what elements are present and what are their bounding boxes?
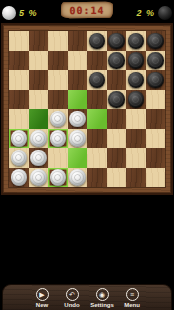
black-piece-icon [158, 6, 172, 20]
white-piece[interactable] [30, 130, 47, 147]
square-r6c6[interactable] [107, 129, 127, 149]
square-r7c8[interactable] [146, 148, 166, 168]
square-r5c7[interactable] [126, 109, 146, 129]
white-piece[interactable] [11, 130, 28, 147]
white-piece[interactable] [11, 150, 28, 167]
square-r6c7[interactable] [126, 129, 146, 149]
square-r8c2[interactable] [29, 168, 49, 188]
square-r3c8[interactable] [146, 70, 166, 90]
square-r2c8[interactable] [146, 51, 166, 71]
square-r6c8[interactable] [146, 129, 166, 149]
square-r2c6[interactable] [107, 51, 127, 71]
play-icon: ▶ [36, 288, 49, 301]
settings-button-label: Settings [90, 302, 114, 308]
square-r7c7[interactable] [126, 148, 146, 168]
square-r1c6[interactable] [107, 31, 127, 51]
square-r4c2[interactable] [29, 90, 49, 110]
black-piece[interactable] [128, 33, 145, 50]
white-piece[interactable] [30, 150, 47, 167]
square-r7c2[interactable] [29, 148, 49, 168]
square-r8c8[interactable] [146, 168, 166, 188]
black-piece[interactable] [128, 52, 145, 69]
square-r4c6[interactable] [107, 90, 127, 110]
square-r3c4[interactable] [68, 70, 88, 90]
square-r6c4[interactable] [68, 129, 88, 149]
menu-button-label: Menu [124, 302, 140, 308]
white-piece[interactable] [69, 111, 86, 128]
white-piece[interactable] [11, 169, 28, 186]
square-r7c1[interactable] [9, 148, 29, 168]
new-button-label: New [36, 302, 48, 308]
timer: 00:14 [69, 4, 104, 15]
square-r8c4[interactable] [68, 168, 88, 188]
black-piece[interactable] [147, 33, 164, 50]
black-piece[interactable] [147, 72, 164, 89]
black-piece[interactable] [128, 91, 145, 108]
gear-icon: ◉ [96, 288, 109, 301]
status-bar: 5 % 00:14 2 % [0, 0, 174, 25]
square-r5c3[interactable] [48, 109, 68, 129]
white-piece[interactable] [69, 130, 86, 147]
square-r3c2[interactable] [29, 70, 49, 90]
square-r2c3[interactable] [48, 51, 68, 71]
square-r3c5[interactable] [87, 70, 107, 90]
menu-button[interactable]: ≡ Menu [122, 288, 142, 310]
square-r7c5[interactable] [87, 148, 107, 168]
white-piece-icon [2, 6, 16, 20]
square-r4c1[interactable] [9, 90, 29, 110]
black-piece[interactable] [108, 52, 125, 69]
black-piece[interactable] [108, 91, 125, 108]
white-piece[interactable] [50, 130, 67, 147]
black-piece[interactable] [108, 33, 125, 50]
undo-button[interactable]: ↶ Undo [62, 288, 82, 310]
black-score: 2 % [136, 8, 155, 18]
new-button[interactable]: ▶ New [32, 288, 52, 310]
square-r5c2[interactable] [29, 109, 49, 129]
square-r8c5[interactable] [87, 168, 107, 188]
board-frame [3, 25, 171, 193]
square-r3c6[interactable] [107, 70, 127, 90]
square-r2c5[interactable] [87, 51, 107, 71]
white-piece[interactable] [69, 169, 86, 186]
square-r2c1[interactable] [9, 51, 29, 71]
white-piece[interactable] [50, 111, 67, 128]
square-r5c4[interactable] [68, 109, 88, 129]
timer-plaque: 00:14 [61, 2, 113, 19]
square-r7c4[interactable] [68, 148, 88, 168]
square-r3c7[interactable] [126, 70, 146, 90]
square-r4c4[interactable] [68, 90, 88, 110]
square-r1c7[interactable] [126, 31, 146, 51]
square-r4c3[interactable] [48, 90, 68, 110]
square-r1c1[interactable] [9, 31, 29, 51]
black-piece[interactable] [128, 72, 145, 89]
menu-icon: ≡ [126, 288, 139, 301]
square-r5c8[interactable] [146, 109, 166, 129]
square-r1c3[interactable] [48, 31, 68, 51]
undo-icon: ↶ [66, 288, 79, 301]
square-r4c7[interactable] [126, 90, 146, 110]
square-r1c5[interactable] [87, 31, 107, 51]
square-r4c8[interactable] [146, 90, 166, 110]
board [9, 31, 165, 187]
square-r8c6[interactable] [107, 168, 127, 188]
square-r2c2[interactable] [29, 51, 49, 71]
square-r2c4[interactable] [68, 51, 88, 71]
square-r5c5[interactable] [87, 109, 107, 129]
white-score: 5 % [19, 8, 38, 18]
square-r7c3[interactable] [48, 148, 68, 168]
black-piece[interactable] [89, 33, 106, 50]
white-piece[interactable] [30, 169, 47, 186]
square-r2c7[interactable] [126, 51, 146, 71]
square-r7c6[interactable] [107, 148, 127, 168]
black-piece[interactable] [147, 52, 164, 69]
square-r3c1[interactable] [9, 70, 29, 90]
square-r5c6[interactable] [107, 109, 127, 129]
black-piece[interactable] [89, 72, 106, 89]
square-r6c5[interactable] [87, 129, 107, 149]
square-r8c3[interactable] [48, 168, 68, 188]
square-r8c7[interactable] [126, 168, 146, 188]
square-r5c1[interactable] [9, 109, 29, 129]
settings-button[interactable]: ◉ Settings [92, 288, 112, 310]
square-r1c8[interactable] [146, 31, 166, 51]
square-r6c3[interactable] [48, 129, 68, 149]
square-r1c2[interactable] [29, 31, 49, 51]
white-piece[interactable] [50, 169, 67, 186]
square-r6c2[interactable] [29, 129, 49, 149]
square-r6c1[interactable] [9, 129, 29, 149]
undo-button-label: Undo [64, 302, 79, 308]
square-r1c4[interactable] [68, 31, 88, 51]
square-r4c5[interactable] [87, 90, 107, 110]
toolbar: ▶ New ↶ Undo ◉ Settings ≡ Menu [2, 284, 172, 310]
square-r8c1[interactable] [9, 168, 29, 188]
square-r3c3[interactable] [48, 70, 68, 90]
